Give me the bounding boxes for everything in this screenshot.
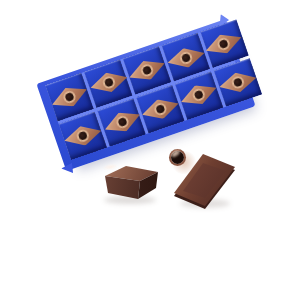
carbide-insert: [48, 80, 91, 114]
insert-side-marking: [103, 163, 119, 171]
insert-tray: [36, 19, 255, 171]
carbide-insert: [88, 68, 130, 98]
tray-compartment: [214, 58, 262, 106]
carbide-insert: [126, 54, 169, 87]
loose-insert-side-view: [103, 164, 161, 202]
carbide-insert: [217, 68, 259, 97]
tray-corner-flare-left: [61, 163, 76, 176]
carbide-insert: [139, 94, 181, 124]
carbide-insert: [165, 43, 207, 72]
carbide-insert: [101, 105, 144, 138]
carbide-insert: [62, 121, 104, 150]
loose-insert-top-view: [171, 151, 239, 211]
carbide-insert: [177, 78, 220, 111]
product-photo-scene: [0, 0, 300, 300]
tray-compartment-grid: [45, 24, 248, 160]
carbide-insert: [202, 28, 245, 60]
